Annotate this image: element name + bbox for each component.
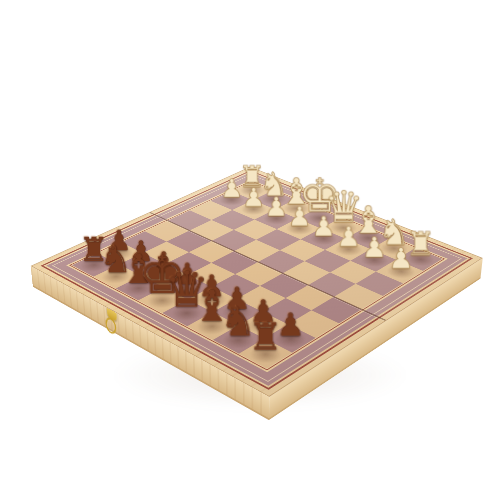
chess-piece-dark-rook: ♜ <box>231 316 300 354</box>
product-photo-chess-set: ♜♞♝♛♚♝♞♜♟♟♟♟♟♟♟♟♟♟♟♟♟♟♟♟♜♞♝♛♚♝♞♜ <box>0 0 500 500</box>
scene: ♜♞♝♛♚♝♞♜♟♟♟♟♟♟♟♟♟♟♟♟♟♟♟♟♜♞♝♛♚♝♞♜ <box>0 0 500 500</box>
chess-piece-light-pawn: ♟ <box>370 243 431 271</box>
chess-board: ♜♞♝♛♚♝♞♜♟♟♟♟♟♟♟♟♟♟♟♟♟♟♟♟♜♞♝♛♚♝♞♜ <box>31 167 483 397</box>
